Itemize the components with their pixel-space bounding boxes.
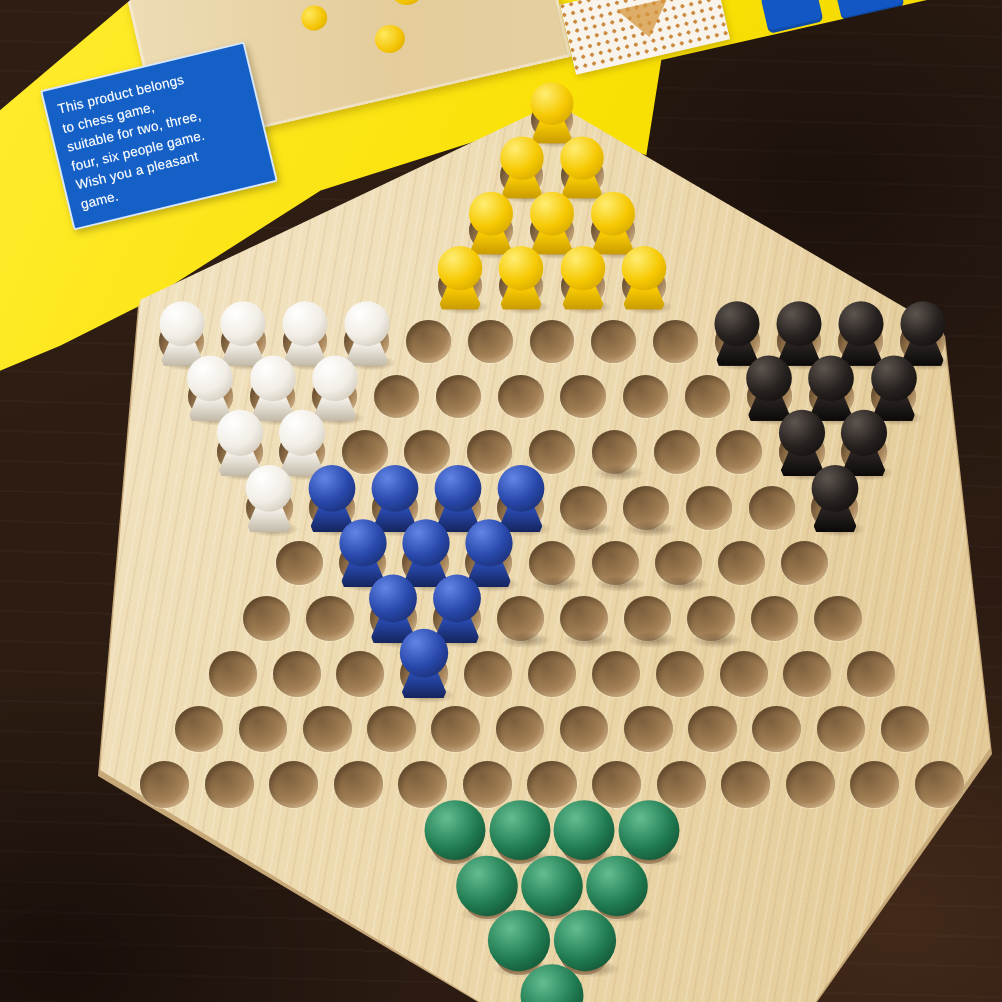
- peg-white[interactable]: [244, 465, 295, 532]
- peg-head: [246, 465, 293, 512]
- hole[interactable]: [749, 486, 795, 530]
- hole[interactable]: [303, 706, 352, 752]
- peg-head: [500, 137, 543, 180]
- peg-yellow[interactable]: [620, 246, 668, 310]
- hole[interactable]: [334, 761, 383, 808]
- hole[interactable]: [498, 375, 543, 418]
- peg-head: [838, 301, 883, 346]
- hole[interactable]: [528, 651, 576, 697]
- peg-blue[interactable]: [398, 629, 451, 698]
- peg-head: [687, 574, 735, 622]
- peg-head: [282, 301, 327, 346]
- peg-head: [531, 82, 574, 125]
- hole[interactable]: [269, 761, 318, 808]
- hole[interactable]: [205, 761, 254, 808]
- hole[interactable]: [850, 761, 899, 808]
- peg-black[interactable]: [809, 465, 860, 532]
- peg-head: [776, 301, 821, 346]
- hole[interactable]: [847, 651, 895, 697]
- hole[interactable]: [656, 651, 704, 697]
- peg-head: [469, 191, 513, 235]
- hole[interactable]: [367, 706, 416, 752]
- hole[interactable]: [209, 651, 257, 697]
- hole[interactable]: [751, 596, 799, 641]
- peg-head: [591, 191, 635, 235]
- peg-head: [497, 465, 544, 512]
- peg-head: [591, 410, 637, 456]
- peg-head: [809, 355, 855, 401]
- peg-head: [622, 246, 667, 291]
- hole[interactable]: [560, 706, 609, 752]
- peg-head: [400, 629, 448, 677]
- hole[interactable]: [720, 651, 768, 697]
- hole[interactable]: [781, 541, 828, 586]
- peg-head: [434, 465, 481, 512]
- hole[interactable]: [140, 761, 189, 808]
- hole[interactable]: [431, 706, 480, 752]
- hole[interactable]: [783, 651, 831, 697]
- hole[interactable]: [752, 706, 801, 752]
- peg-head: [560, 465, 607, 512]
- peg-head: [900, 301, 945, 346]
- photo-scene: This product belongs to chess game, suit…: [0, 0, 1002, 1002]
- peg-yellow[interactable]: [529, 82, 576, 144]
- peg-head: [465, 519, 512, 566]
- hole[interactable]: [624, 706, 673, 752]
- hole[interactable]: [243, 596, 291, 641]
- peg-head: [779, 410, 825, 456]
- peg-red[interactable]: [621, 574, 673, 643]
- hole[interactable]: [592, 651, 640, 697]
- hole[interactable]: [436, 375, 481, 418]
- peg-head: [530, 191, 574, 235]
- hole[interactable]: [721, 761, 770, 808]
- peg-head: [561, 137, 604, 180]
- peg-head: [339, 519, 386, 566]
- peg-head: [623, 574, 671, 622]
- peg-yellow[interactable]: [497, 246, 545, 310]
- peg-yellow[interactable]: [498, 137, 545, 199]
- hole[interactable]: [406, 320, 451, 363]
- hole[interactable]: [175, 706, 224, 752]
- peg-head: [217, 410, 263, 456]
- peg-head: [655, 519, 702, 566]
- peg-head: [811, 465, 858, 512]
- hole[interactable]: [530, 320, 575, 363]
- peg-head: [747, 355, 793, 401]
- hole[interactable]: [817, 706, 866, 752]
- hole[interactable]: [336, 651, 384, 697]
- peg-head: [499, 246, 544, 291]
- peg-head: [496, 574, 544, 622]
- peg-head: [188, 355, 234, 401]
- peg-green[interactable]: [524, 957, 580, 1002]
- peg-head: [560, 246, 605, 291]
- peg-head: [344, 301, 389, 346]
- hole[interactable]: [786, 761, 835, 808]
- hole[interactable]: [276, 541, 323, 586]
- peg-head: [402, 519, 449, 566]
- peg-yellow[interactable]: [558, 246, 606, 310]
- peg-head: [438, 246, 483, 291]
- peg-head: [159, 301, 204, 346]
- hole[interactable]: [239, 706, 288, 752]
- peg-head: [715, 301, 760, 346]
- hole[interactable]: [653, 320, 698, 363]
- peg-head: [372, 465, 419, 512]
- peg-head: [433, 574, 481, 622]
- peg-yellow[interactable]: [559, 137, 606, 199]
- peg-head: [250, 355, 296, 401]
- hole[interactable]: [464, 651, 512, 697]
- peg-yellow[interactable]: [436, 246, 484, 310]
- hole[interactable]: [374, 375, 419, 418]
- hole[interactable]: [468, 320, 513, 363]
- peg-head: [521, 965, 584, 1002]
- peg-head: [623, 465, 670, 512]
- peg-red[interactable]: [558, 574, 610, 643]
- peg-head: [279, 410, 325, 456]
- peg-head: [312, 355, 358, 401]
- board-holes-layer: [0, 0, 1002, 1002]
- peg-head: [369, 574, 417, 622]
- peg-head: [528, 519, 575, 566]
- hole[interactable]: [591, 320, 636, 363]
- hole[interactable]: [685, 375, 730, 418]
- hole[interactable]: [814, 596, 862, 641]
- peg-head: [560, 574, 608, 622]
- peg-red[interactable]: [494, 574, 546, 643]
- hole[interactable]: [915, 761, 964, 808]
- hole[interactable]: [306, 596, 354, 641]
- hole[interactable]: [688, 706, 737, 752]
- peg-head: [309, 465, 356, 512]
- peg-head: [871, 355, 917, 401]
- peg-head: [221, 301, 266, 346]
- peg-red[interactable]: [685, 574, 737, 643]
- peg-head: [591, 519, 638, 566]
- hole[interactable]: [496, 706, 545, 752]
- peg-head: [841, 410, 887, 456]
- hole[interactable]: [881, 706, 930, 752]
- hole[interactable]: [716, 430, 762, 474]
- hole[interactable]: [273, 651, 321, 697]
